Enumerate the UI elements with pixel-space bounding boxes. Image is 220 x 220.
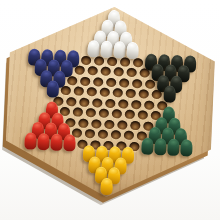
peg-cap xyxy=(157,118,166,124)
board-hole xyxy=(131,100,141,109)
board-hole xyxy=(118,99,128,108)
peg-cap xyxy=(96,167,105,173)
board-hole xyxy=(112,88,122,97)
peg-cap xyxy=(102,178,111,184)
hole-r10-c6[interactable] xyxy=(110,109,123,120)
peg-cap xyxy=(97,146,106,152)
peg-cap xyxy=(166,65,175,71)
board-hole xyxy=(126,68,136,77)
hole-r13-c1[interactable] xyxy=(24,136,37,147)
hole-r10-c8[interactable] xyxy=(136,110,149,121)
board-hole xyxy=(124,110,134,119)
hole-r8-c7[interactable] xyxy=(124,88,137,99)
peg-cap xyxy=(176,129,185,135)
board-hole xyxy=(110,130,120,139)
hole-r6-c6[interactable] xyxy=(98,66,111,77)
board-hole xyxy=(99,88,109,97)
hole-r8-c5[interactable] xyxy=(98,87,111,98)
hole-r4-c3[interactable] xyxy=(112,46,125,57)
hole-r8-c9[interactable] xyxy=(149,89,162,100)
peg-cap xyxy=(33,123,42,129)
peg-cap xyxy=(55,71,64,77)
peg-cap xyxy=(40,112,49,118)
board-hole xyxy=(145,79,155,88)
board-hole xyxy=(107,57,117,66)
board-hole xyxy=(123,131,133,140)
hole-r7-c8[interactable] xyxy=(130,78,143,89)
peg-cap xyxy=(110,10,119,16)
hole-r11-c5[interactable] xyxy=(90,118,103,129)
peg-cap xyxy=(43,50,52,56)
board-hole xyxy=(73,87,83,96)
hole-r13-c10[interactable] xyxy=(141,141,154,152)
board-hole xyxy=(132,79,142,88)
peg-cap xyxy=(39,133,48,139)
peg-cap xyxy=(122,32,131,38)
hole-r13-c12[interactable] xyxy=(167,143,180,154)
hole-r6-c8[interactable] xyxy=(124,67,137,78)
board-hole xyxy=(125,89,135,98)
hole-r6-c5[interactable] xyxy=(85,65,98,76)
peg-cap xyxy=(182,140,191,146)
board-hole xyxy=(98,109,108,118)
board-hole xyxy=(106,78,116,87)
board-hole xyxy=(91,119,101,128)
peg-cap xyxy=(172,76,181,82)
hole-r13-c3[interactable] xyxy=(50,137,63,148)
hole-r9-c4[interactable] xyxy=(91,97,104,108)
hole-r5-c5[interactable] xyxy=(79,55,92,66)
peg-cap xyxy=(42,71,51,77)
hole-r9-c2[interactable] xyxy=(65,96,78,107)
hole-r8-c4[interactable] xyxy=(85,86,98,97)
board-hole xyxy=(81,55,91,64)
peg-cap xyxy=(165,86,174,92)
board-hole xyxy=(120,57,130,66)
peg-cap xyxy=(116,158,125,164)
hole-r4-c1[interactable] xyxy=(86,44,99,55)
hole-r13-c11[interactable] xyxy=(154,142,167,153)
peg-cap xyxy=(164,107,173,113)
peg-cap xyxy=(110,147,119,153)
hole-r13-c13[interactable] xyxy=(180,143,193,154)
peg-cap xyxy=(26,133,35,139)
hole-r6-c9[interactable] xyxy=(137,68,150,79)
peg-cap xyxy=(163,128,172,134)
peg-cap xyxy=(47,102,56,108)
board-hole xyxy=(100,67,110,76)
hole-r13-c2[interactable] xyxy=(37,137,50,148)
hole-r8-c2[interactable] xyxy=(59,85,72,96)
board-hole xyxy=(74,66,84,75)
board-hole xyxy=(117,120,127,129)
board-hole xyxy=(144,100,154,109)
peg-cap xyxy=(173,55,182,61)
peg-cap xyxy=(69,51,78,57)
hole-r5-c7[interactable] xyxy=(105,56,118,67)
peg-cap xyxy=(52,134,61,140)
hole-r9-c6[interactable] xyxy=(117,98,130,109)
peg-cap xyxy=(53,113,62,119)
hole-r7-c7[interactable] xyxy=(117,77,130,88)
hole-r11-c8[interactable] xyxy=(129,120,142,131)
hole-r12-c7[interactable] xyxy=(109,129,122,140)
board-hole xyxy=(80,76,90,85)
board-hole xyxy=(111,109,121,118)
board-hole xyxy=(92,98,102,107)
peg-cap xyxy=(159,76,168,82)
hole-r6-c4[interactable] xyxy=(72,65,85,76)
peg-cap xyxy=(147,54,156,60)
peg-cap xyxy=(103,21,112,27)
peg-cap xyxy=(160,55,169,61)
hole-r12-c8[interactable] xyxy=(122,130,135,141)
hole-r17-c1[interactable] xyxy=(100,182,113,193)
hole-r9-c5[interactable] xyxy=(104,98,117,109)
hole-r5-c9[interactable] xyxy=(131,57,144,68)
board-hole xyxy=(87,66,97,75)
peg-grid xyxy=(22,10,199,196)
board-hole xyxy=(72,108,82,117)
hole-r11-c7[interactable] xyxy=(116,119,129,130)
peg-cap xyxy=(153,65,162,71)
peg-cap xyxy=(102,42,111,48)
board-hole xyxy=(139,68,149,77)
peg-cap xyxy=(62,61,71,67)
peg-cap xyxy=(150,128,159,134)
hole-r9-c7[interactable] xyxy=(130,99,143,110)
peg-cap xyxy=(143,138,152,144)
hole-r9-c8[interactable] xyxy=(143,99,156,110)
hole-r5-c8[interactable] xyxy=(118,56,131,67)
peg-cap xyxy=(128,43,137,49)
peg-cap xyxy=(179,66,188,72)
chinese-checkers-board xyxy=(0,0,220,220)
hole-r7-c9[interactable] xyxy=(143,78,156,89)
peg-cap xyxy=(48,81,57,87)
board-hole xyxy=(67,76,77,85)
peg-cap xyxy=(56,50,65,56)
peg-cap xyxy=(169,139,178,145)
hole-r10-c5[interactable] xyxy=(97,108,110,119)
hole-r11-c4[interactable] xyxy=(77,118,90,129)
hole-r9-c3[interactable] xyxy=(78,97,91,108)
board-hole xyxy=(137,110,147,119)
board-hole xyxy=(78,118,88,127)
peg-cap xyxy=(186,56,195,62)
board-hole xyxy=(97,130,107,139)
peg-cap xyxy=(156,139,165,145)
hole-r11-c6[interactable] xyxy=(103,119,116,130)
hole-r8-c3[interactable] xyxy=(72,86,85,97)
peg-cap xyxy=(109,168,118,174)
peg-yellow[interactable] xyxy=(100,177,113,195)
peg-cap xyxy=(96,31,105,37)
board-hole xyxy=(86,87,96,96)
board-hole xyxy=(133,58,143,67)
peg-cap xyxy=(30,49,39,55)
board-hole xyxy=(60,86,70,95)
hole-r10-c3[interactable] xyxy=(71,107,84,118)
peg-cap xyxy=(90,157,99,163)
peg-cap xyxy=(36,60,45,66)
product-photo-background xyxy=(0,0,220,220)
peg-cap xyxy=(115,42,124,48)
hole-r6-c7[interactable] xyxy=(111,67,124,78)
hole-r5-c6[interactable] xyxy=(92,55,105,66)
peg-cap xyxy=(65,135,74,141)
board-hole xyxy=(93,77,103,86)
board-hole xyxy=(79,97,89,106)
board-hole xyxy=(66,97,76,106)
hole-r4-c4[interactable] xyxy=(125,46,138,57)
peg-cap xyxy=(84,146,93,152)
hole-r12-c5[interactable] xyxy=(83,128,96,139)
board-hole xyxy=(104,120,114,129)
peg-cap xyxy=(103,157,112,163)
peg-cap xyxy=(59,124,68,130)
board-hole xyxy=(84,129,94,138)
hole-r12-c6[interactable] xyxy=(96,129,109,140)
hole-r8-c6[interactable] xyxy=(111,88,124,99)
board-hole xyxy=(151,90,161,99)
board-hole xyxy=(105,99,115,108)
board-hole xyxy=(138,89,148,98)
board-hole xyxy=(85,108,95,117)
hole-r8-c10[interactable] xyxy=(162,90,175,101)
hole-r7-c4[interactable] xyxy=(79,76,92,87)
peg-cap xyxy=(116,21,125,27)
hole-r4-c2[interactable] xyxy=(99,45,112,56)
board-hole xyxy=(113,67,123,76)
peg-cap xyxy=(170,118,179,124)
peg-cap xyxy=(109,31,118,37)
hole-r7-c6[interactable] xyxy=(104,77,117,88)
peg-cap xyxy=(49,60,58,66)
peg-cap xyxy=(89,41,98,47)
hole-r10-c4[interactable] xyxy=(84,107,97,118)
hole-r8-c8[interactable] xyxy=(136,89,149,100)
hole-r7-c5[interactable] xyxy=(91,76,104,87)
board-hole xyxy=(94,56,104,65)
board-hole xyxy=(119,78,129,87)
peg-cap xyxy=(46,123,55,129)
hole-r10-c7[interactable] xyxy=(123,109,136,120)
hole-r8-c1[interactable] xyxy=(46,85,59,96)
hole-r7-c3[interactable] xyxy=(66,75,79,86)
hole-r13-c4[interactable] xyxy=(63,138,76,149)
board-hole xyxy=(130,121,140,130)
peg-cap xyxy=(123,148,132,154)
